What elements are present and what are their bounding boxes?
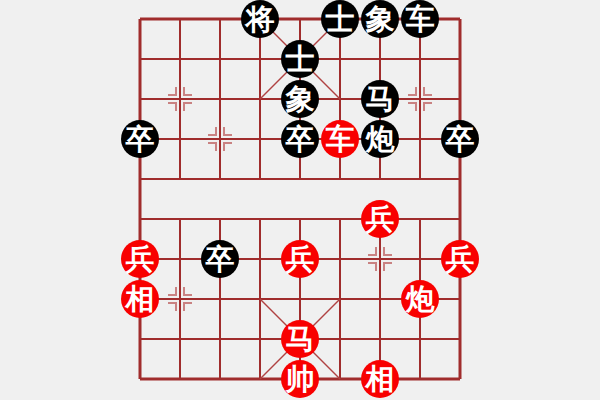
piece-red-pawn-f0r6[interactable]: 兵 [121, 240, 159, 278]
piece-black-elephant-f4r2[interactable]: 象 [281, 80, 319, 118]
piece-black-advisor-f4r1[interactable]: 士 [281, 40, 319, 78]
piece-red-cannon-f7r7[interactable]: 炮 [401, 280, 439, 318]
piece-red-general-f4r9[interactable]: 帅 [281, 360, 319, 398]
piece-black-pawn-f4r3[interactable]: 卒 [281, 120, 319, 158]
piece-black-cannon-f6r3[interactable]: 炮 [361, 120, 399, 158]
piece-black-chariot-f7r0[interactable]: 车 [401, 0, 439, 38]
piece-black-pawn-f8r3[interactable]: 卒 [441, 120, 479, 158]
piece-red-chariot-f5r3[interactable]: 车 [321, 120, 359, 158]
piece-black-advisor-f5r0[interactable]: 士 [321, 0, 359, 38]
piece-red-elephant-f0r7[interactable]: 相 [121, 280, 159, 318]
piece-black-pawn-f0r3[interactable]: 卒 [121, 120, 159, 158]
piece-black-general-f3r0[interactable]: 将 [241, 0, 279, 38]
piece-red-elephant-f6r9[interactable]: 相 [361, 360, 399, 398]
piece-black-pawn-f2r6[interactable]: 卒 [201, 240, 239, 278]
piece-red-horse-f4r8[interactable]: 马 [281, 320, 319, 358]
piece-red-pawn-f4r6[interactable]: 兵 [281, 240, 319, 278]
xiangqi-board: 将士象车士象马卒卒车炮卒兵兵卒兵兵相炮马帅相 [0, 0, 600, 400]
piece-black-elephant-f6r0[interactable]: 象 [361, 0, 399, 38]
pieces-grid[interactable]: 将士象车士象马卒卒车炮卒兵兵卒兵兵相炮马帅相 [120, 0, 480, 399]
piece-red-pawn-f8r6[interactable]: 兵 [441, 240, 479, 278]
piece-black-horse-f6r2[interactable]: 马 [361, 80, 399, 118]
piece-red-pawn-f6r5[interactable]: 兵 [361, 200, 399, 238]
